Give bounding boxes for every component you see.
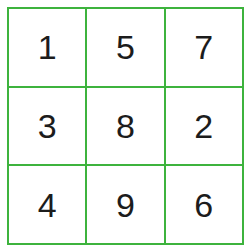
cell-r2c2: 8 [87,88,163,165]
cell-r1c1: 1 [9,9,85,86]
cell-r1c2: 5 [87,9,163,86]
cell-r2c3: 2 [166,88,242,165]
cell-r1c3: 7 [166,9,242,86]
cell-r2c1: 3 [9,88,85,165]
cell-r3c2: 9 [87,166,163,243]
cell-r3c1: 4 [9,166,85,243]
puzzle-board: 1 5 7 3 8 2 4 9 6 [7,7,244,245]
cell-r3c3: 6 [166,166,242,243]
